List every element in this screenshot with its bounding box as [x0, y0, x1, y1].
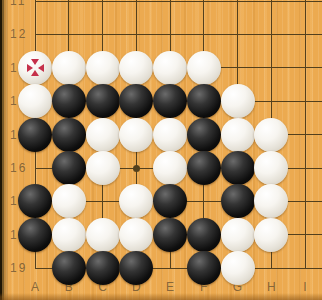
intersection-F19[interactable] — [187, 251, 221, 284]
intersection-F18[interactable] — [187, 218, 221, 251]
intersection-E19[interactable] — [153, 251, 187, 284]
stone-grid — [18, 0, 322, 285]
stone-white-H17 — [254, 184, 288, 218]
intersection-H15[interactable] — [254, 118, 288, 151]
intersection-B18[interactable] — [52, 218, 86, 251]
intersection-G19[interactable] — [221, 251, 255, 284]
intersection-E17[interactable] — [153, 185, 187, 218]
board-left-edge — [0, 0, 8, 300]
stone-white-D17 — [119, 184, 153, 218]
intersection-H13[interactable] — [254, 51, 288, 84]
intersection-C18[interactable] — [86, 218, 120, 251]
stone-white-D13 — [119, 51, 153, 85]
intersection-E18[interactable] — [153, 218, 187, 251]
intersection-D16[interactable] — [119, 151, 153, 184]
stone-black-B19 — [52, 251, 86, 285]
intersection-F16[interactable] — [187, 151, 221, 184]
stone-white-E16 — [153, 151, 187, 185]
intersection-B15[interactable] — [52, 118, 86, 151]
stone-white-B17 — [52, 184, 86, 218]
stone-black-C19 — [86, 251, 120, 285]
intersection-I13[interactable] — [288, 51, 322, 84]
go-board: 111213141516171819ABCDEFGHI — [0, 0, 322, 300]
intersection-G17[interactable] — [221, 185, 255, 218]
intersection-D12[interactable] — [119, 18, 153, 51]
intersection-C11[interactable] — [86, 0, 120, 18]
intersection-H16[interactable] — [254, 151, 288, 184]
intersection-H17[interactable] — [254, 185, 288, 218]
intersection-H11[interactable] — [254, 0, 288, 18]
intersection-G11[interactable] — [221, 0, 255, 18]
intersection-I16[interactable] — [288, 151, 322, 184]
stone-white-H15 — [254, 118, 288, 152]
stone-black-F14 — [187, 84, 221, 118]
stone-white-H16 — [254, 151, 288, 185]
intersection-C13[interactable] — [86, 51, 120, 84]
intersection-I12[interactable] — [288, 18, 322, 51]
marker-arm-l — [27, 64, 33, 72]
stone-black-F18 — [187, 218, 221, 252]
intersection-D14[interactable] — [119, 84, 153, 117]
stone-white-G15 — [221, 118, 255, 152]
intersection-E12[interactable] — [153, 18, 187, 51]
intersection-C15[interactable] — [86, 118, 120, 151]
stone-black-G16 — [221, 151, 255, 185]
intersection-B19[interactable] — [52, 251, 86, 284]
intersection-I11[interactable] — [288, 0, 322, 18]
stone-black-B14 — [52, 84, 86, 118]
stone-black-F15 — [187, 118, 221, 152]
intersection-F13[interactable] — [187, 51, 221, 84]
intersection-C17[interactable] — [86, 185, 120, 218]
stone-white-E13 — [153, 51, 187, 85]
last-move-marker — [27, 59, 44, 76]
intersection-H19[interactable] — [254, 251, 288, 284]
intersection-D11[interactable] — [119, 0, 153, 18]
intersection-F15[interactable] — [187, 118, 221, 151]
intersection-E16[interactable] — [153, 151, 187, 184]
stone-black-E18 — [153, 218, 187, 252]
stone-black-E14 — [153, 84, 187, 118]
intersection-F14[interactable] — [187, 84, 221, 117]
intersection-B12[interactable] — [52, 18, 86, 51]
intersection-D17[interactable] — [119, 185, 153, 218]
stone-white-C16 — [86, 151, 120, 185]
stone-black-A15 — [18, 118, 52, 152]
stone-white-E15 — [153, 118, 187, 152]
intersection-F12[interactable] — [187, 18, 221, 51]
intersection-C12[interactable] — [86, 18, 120, 51]
stone-white-C18 — [86, 218, 120, 252]
stone-black-F16 — [187, 151, 221, 185]
stone-black-C14 — [86, 84, 120, 118]
intersection-C19[interactable] — [86, 251, 120, 284]
intersection-B13[interactable] — [52, 51, 86, 84]
intersection-D15[interactable] — [119, 118, 153, 151]
intersection-C16[interactable] — [86, 151, 120, 184]
marker-arm-r — [38, 64, 44, 72]
stone-white-G14 — [221, 84, 255, 118]
stone-black-G17 — [221, 184, 255, 218]
intersection-E15[interactable] — [153, 118, 187, 151]
intersection-H18[interactable] — [254, 218, 288, 251]
stone-black-D19 — [119, 251, 153, 285]
intersection-A14[interactable] — [18, 84, 52, 117]
stone-white-G19 — [221, 251, 255, 285]
stone-black-D14 — [119, 84, 153, 118]
intersection-A18[interactable] — [18, 218, 52, 251]
intersection-E13[interactable] — [153, 51, 187, 84]
intersection-A13[interactable] — [18, 51, 52, 84]
intersection-B14[interactable] — [52, 84, 86, 117]
stone-white-H18 — [254, 218, 288, 252]
intersection-B17[interactable] — [52, 185, 86, 218]
intersection-B11[interactable] — [52, 0, 86, 18]
intersection-D18[interactable] — [119, 218, 153, 251]
stone-white-D15 — [119, 118, 153, 152]
intersection-D13[interactable] — [119, 51, 153, 84]
stone-white-B13 — [52, 51, 86, 85]
stone-black-B15 — [52, 118, 86, 152]
intersection-F11[interactable] — [187, 0, 221, 18]
intersection-I14[interactable] — [288, 84, 322, 117]
intersection-A17[interactable] — [18, 185, 52, 218]
intersection-C14[interactable] — [86, 84, 120, 117]
intersection-A11[interactable] — [18, 0, 52, 18]
stone-white-A13 — [18, 51, 52, 85]
intersection-E11[interactable] — [153, 0, 187, 18]
intersection-G14[interactable] — [221, 84, 255, 117]
stone-black-A17 — [18, 184, 52, 218]
intersection-I17[interactable] — [288, 185, 322, 218]
intersection-G13[interactable] — [221, 51, 255, 84]
stone-white-D18 — [119, 218, 153, 252]
intersection-H14[interactable] — [254, 84, 288, 117]
intersection-G16[interactable] — [221, 151, 255, 184]
intersection-A16[interactable] — [18, 151, 52, 184]
stone-black-F19 — [187, 251, 221, 285]
intersection-F17[interactable] — [187, 185, 221, 218]
intersection-G15[interactable] — [221, 118, 255, 151]
stone-white-A14 — [18, 84, 52, 118]
board-bottom-edge — [0, 293, 322, 300]
intersection-E14[interactable] — [153, 84, 187, 117]
stone-white-C13 — [86, 51, 120, 85]
intersection-D19[interactable] — [119, 251, 153, 284]
stone-black-A18 — [18, 218, 52, 252]
intersection-I19[interactable] — [288, 251, 322, 284]
intersection-A15[interactable] — [18, 118, 52, 151]
intersection-H12[interactable] — [254, 18, 288, 51]
intersection-G12[interactable] — [221, 18, 255, 51]
stone-black-E17 — [153, 184, 187, 218]
stone-black-B16 — [52, 151, 86, 185]
intersection-I18[interactable] — [288, 218, 322, 251]
intersection-I15[interactable] — [288, 118, 322, 151]
stone-white-G18 — [221, 218, 255, 252]
intersection-G18[interactable] — [221, 218, 255, 251]
intersection-A19[interactable] — [18, 251, 52, 284]
stone-white-C15 — [86, 118, 120, 152]
intersection-B16[interactable] — [52, 151, 86, 184]
stone-white-B18 — [52, 218, 86, 252]
stone-white-F13 — [187, 51, 221, 85]
intersection-A12[interactable] — [18, 18, 52, 51]
